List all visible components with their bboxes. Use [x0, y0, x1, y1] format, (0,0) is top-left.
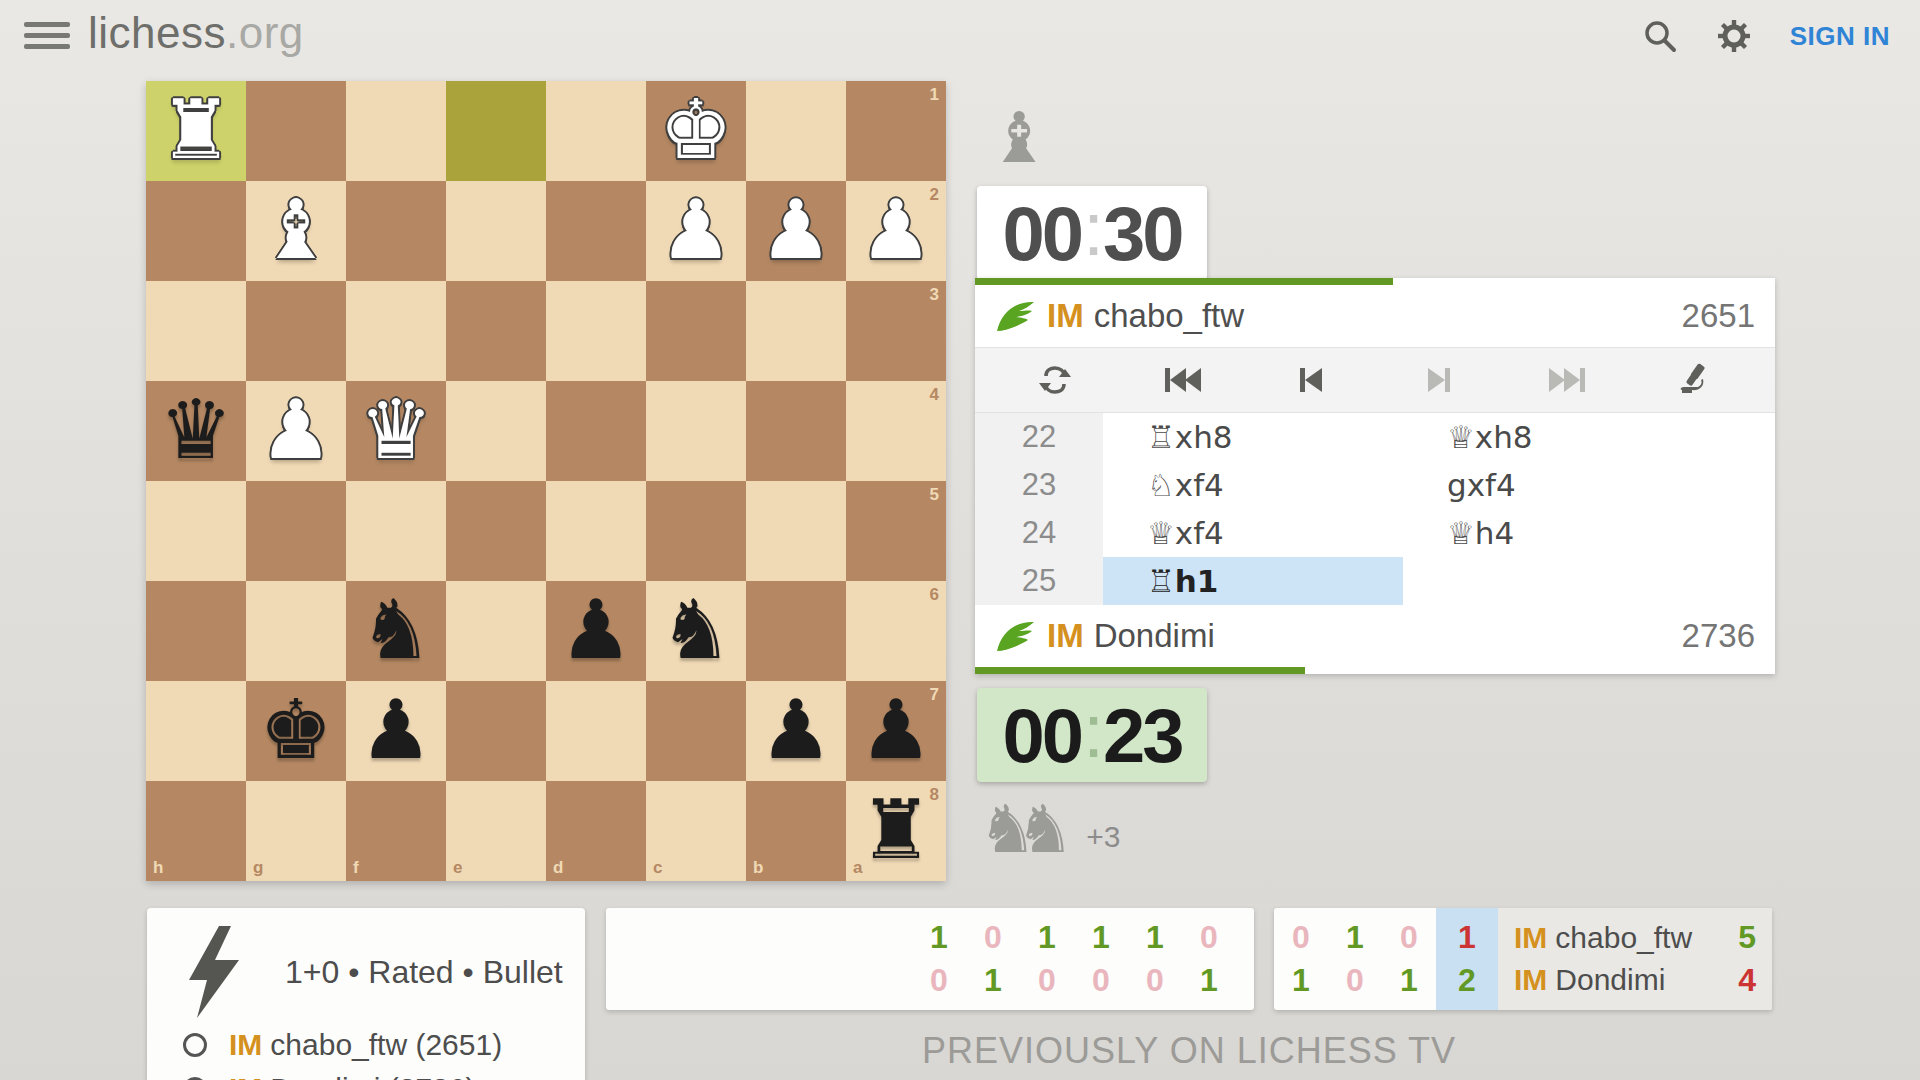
- square-a1[interactable]: 1: [846, 81, 946, 181]
- first-move-icon[interactable]: [1161, 362, 1205, 398]
- rank-label-6: 6: [930, 585, 939, 605]
- move-number: 25: [975, 557, 1103, 605]
- score-names-column: IMchabo_ftw5IMDondimi4: [1498, 908, 1772, 1010]
- game-result: 0: [1182, 919, 1236, 956]
- move-23-white[interactable]: ♘xf4: [1103, 461, 1403, 509]
- square-h5[interactable]: [146, 481, 246, 581]
- piece-white-P-a2[interactable]: ♟: [846, 181, 946, 281]
- score-player-row[interactable]: IMchabo_ftw5: [1514, 919, 1772, 956]
- game-result: 0: [1328, 962, 1382, 999]
- square-f4[interactable]: ♛: [346, 381, 446, 481]
- game-result: 0: [1074, 962, 1128, 999]
- file-label-h: h: [153, 858, 163, 878]
- gear-icon[interactable]: [1716, 18, 1752, 54]
- square-c6[interactable]: ♞: [646, 581, 746, 681]
- time-control-text: 1+0 • Rated • Bullet: [285, 954, 563, 991]
- progress-bar-top: [975, 278, 1393, 285]
- square-b1[interactable]: [746, 81, 846, 181]
- square-e3[interactable]: [446, 281, 546, 381]
- square-b7[interactable]: ♟: [746, 681, 846, 781]
- square-g6[interactable]: [246, 581, 346, 681]
- clock-black-player: 00:23: [977, 688, 1207, 782]
- piece-white-R-h1[interactable]: ♜: [146, 81, 246, 181]
- player-row-bottom[interactable]: IM Dondimi 2736: [975, 605, 1775, 667]
- square-b3[interactable]: [746, 281, 846, 381]
- analysis-microscope-icon[interactable]: [1673, 362, 1717, 398]
- last-move-icon[interactable]: [1545, 362, 1589, 398]
- square-e2[interactable]: [446, 181, 546, 281]
- game-result: 1: [1182, 962, 1236, 999]
- square-a4[interactable]: 4: [846, 381, 946, 481]
- piece-black-K-g7[interactable]: ♚: [246, 681, 346, 781]
- square-d5[interactable]: [546, 481, 646, 581]
- square-c2[interactable]: ♟: [646, 181, 746, 281]
- file-label-g: g: [253, 858, 263, 878]
- cycle-games-icon[interactable]: [1033, 362, 1077, 398]
- piece-white-P-c2[interactable]: ♟: [646, 181, 746, 281]
- player-title-bottom: IM: [1047, 617, 1084, 655]
- clock-colon: :: [1083, 185, 1101, 272]
- square-h2[interactable]: [146, 181, 246, 281]
- score-player-row[interactable]: IMDondimi4: [1514, 962, 1772, 999]
- square-h6[interactable]: [146, 581, 246, 681]
- piece-black-N-f6[interactable]: ♞: [346, 581, 446, 681]
- square-h4[interactable]: ♛: [146, 381, 246, 481]
- square-c1[interactable]: ♚: [646, 81, 746, 181]
- streamer-wing-icon: [995, 299, 1035, 333]
- hamburger-menu-icon[interactable]: [24, 22, 70, 52]
- clock-colon: :: [1083, 687, 1101, 774]
- game-result: 1: [1020, 919, 1074, 956]
- move-controls-bar: [975, 347, 1775, 413]
- square-d2[interactable]: [546, 181, 646, 281]
- move-24-black[interactable]: ♕h4: [1403, 509, 1775, 557]
- square-c5[interactable]: [646, 481, 746, 581]
- streamer-wing-icon: [995, 619, 1035, 653]
- player-name-bottom: Dondimi: [1094, 617, 1215, 655]
- player-name: Dondimi: [1555, 963, 1665, 997]
- sign-in-button[interactable]: SIGN IN: [1790, 21, 1890, 52]
- piece-white-K-c1[interactable]: ♚: [646, 81, 746, 181]
- square-h8[interactable]: h: [146, 781, 246, 881]
- white-player-title: IM: [229, 1028, 262, 1062]
- clock-digits: 00: [1002, 692, 1081, 779]
- black-player-title: IM: [229, 1072, 262, 1080]
- square-f2[interactable]: [346, 181, 446, 281]
- square-b8[interactable]: b: [746, 781, 846, 881]
- piece-black-Q-h4[interactable]: ♛: [146, 381, 246, 481]
- square-b2[interactable]: ♟: [746, 181, 846, 281]
- previously-on-lichess-tv-label: PREVIOUSLY ON LICHESS TV: [606, 1030, 1772, 1072]
- square-g7[interactable]: ♚: [246, 681, 346, 781]
- game-result: 0: [1128, 962, 1182, 999]
- move-row-22: 22♖xh8♕xh8: [975, 413, 1775, 461]
- site-logo-main: lichess: [88, 8, 226, 57]
- square-e1[interactable]: [446, 81, 546, 181]
- square-e7[interactable]: [446, 681, 546, 781]
- move-22-black[interactable]: ♕xh8: [1403, 413, 1775, 461]
- material-advantage: +3: [1086, 820, 1120, 854]
- square-c4[interactable]: [646, 381, 746, 481]
- square-g4[interactable]: ♟: [246, 381, 346, 481]
- move-25-black: [1403, 557, 1775, 605]
- site-logo-suffix: .org: [226, 8, 304, 57]
- results-row-bottom: 010001: [912, 962, 1236, 999]
- game-result: 0: [966, 919, 1020, 956]
- game-result: 1: [1128, 919, 1182, 956]
- square-a8[interactable]: a8♜: [846, 781, 946, 881]
- current-game-column[interactable]: 12: [1436, 908, 1498, 1010]
- game-info-card: 1+0 • Rated • Bullet IM chabo_ftw (2651)…: [147, 908, 585, 1080]
- player-rating-top: 2651: [1682, 297, 1755, 335]
- game-result: 0: [1020, 962, 1074, 999]
- file-label-f: f: [353, 858, 359, 878]
- square-d4[interactable]: [546, 381, 646, 481]
- game-result: 1: [1382, 962, 1436, 999]
- square-b4[interactable]: [746, 381, 846, 481]
- square-f6[interactable]: ♞: [346, 581, 446, 681]
- square-e6[interactable]: [446, 581, 546, 681]
- square-c3[interactable]: [646, 281, 746, 381]
- black-player-line[interactable]: IM Dondimi (2736): [183, 1072, 585, 1080]
- game-result: 1: [912, 919, 966, 956]
- progress-bar-bottom: [975, 667, 1305, 674]
- game-result: 1: [1274, 962, 1328, 999]
- black-player-text: Dondimi (2736): [270, 1072, 475, 1080]
- match-score-card: 010 101 12 IMchabo_ftw5IMDondimi4: [1274, 908, 1772, 1010]
- game-result: 0: [1382, 919, 1436, 956]
- move-number: 22: [975, 413, 1103, 461]
- white-color-icon: [183, 1033, 207, 1057]
- board: ♜♚1♝♟♟2♟3♛♟♛45♞♟♞6♚♟♟7♟hgfedcba8♜: [146, 81, 946, 881]
- piece-white-B-g2[interactable]: ♝: [246, 181, 346, 281]
- piece-black-P-b7[interactable]: ♟: [746, 681, 846, 781]
- captured-bishop-icon: ♝: [988, 98, 1051, 178]
- game-result: 1: [966, 962, 1020, 999]
- square-a6[interactable]: 6: [846, 581, 946, 681]
- square-a3[interactable]: 3: [846, 281, 946, 381]
- square-b5[interactable]: [746, 481, 846, 581]
- piece-black-P-f7[interactable]: ♟: [346, 681, 446, 781]
- results-row-top: 010: [1274, 919, 1436, 956]
- move-25-white[interactable]: ♖h1: [1103, 557, 1403, 605]
- square-h7[interactable]: [146, 681, 246, 781]
- player-total-score: 5: [1738, 919, 1756, 956]
- game-result: 0: [912, 962, 966, 999]
- square-g2[interactable]: ♝: [246, 181, 346, 281]
- player-name-top: chabo_ftw: [1094, 297, 1244, 335]
- search-icon[interactable]: [1642, 18, 1678, 54]
- file-label-d: d: [553, 858, 563, 878]
- next-move-icon[interactable]: [1417, 362, 1461, 398]
- game-result: 1: [1328, 919, 1382, 956]
- square-d3[interactable]: [546, 281, 646, 381]
- player-title-top: IM: [1047, 297, 1084, 335]
- rank-label-3: 3: [930, 285, 939, 305]
- player-name: chabo_ftw: [1555, 921, 1692, 955]
- piece-white-P-b2[interactable]: ♟: [746, 181, 846, 281]
- previous-move-icon[interactable]: [1289, 362, 1333, 398]
- square-e5[interactable]: [446, 481, 546, 581]
- move-24-white[interactable]: ♕xf4: [1103, 509, 1403, 557]
- move-23-black[interactable]: gxf4: [1403, 461, 1775, 509]
- player-title: IM: [1514, 963, 1547, 997]
- captured-knight-icon: ♞: [1015, 790, 1074, 870]
- piece-white-P-g4[interactable]: ♟: [246, 381, 346, 481]
- piece-black-R-a8[interactable]: ♜: [846, 781, 946, 881]
- move-row-24: 24♕xf4♕h4: [975, 509, 1775, 557]
- clock-digits: 30: [1103, 190, 1182, 277]
- move-22-white[interactable]: ♖xh8: [1103, 413, 1403, 461]
- game-result: 0: [1274, 919, 1328, 956]
- rank-label-1: 1: [930, 85, 939, 105]
- square-g1[interactable]: [246, 81, 346, 181]
- square-a5[interactable]: 5: [846, 481, 946, 581]
- square-d7[interactable]: [546, 681, 646, 781]
- file-label-c: c: [653, 858, 662, 878]
- square-e4[interactable]: [446, 381, 546, 481]
- match-results-card: 101110 010001: [606, 908, 1254, 1010]
- file-label-b: b: [753, 858, 763, 878]
- white-player-line[interactable]: IM chabo_ftw (2651): [183, 1028, 585, 1062]
- rank-label-5: 5: [930, 485, 939, 505]
- square-g5[interactable]: [246, 481, 346, 581]
- piece-black-P-d6[interactable]: ♟: [546, 581, 646, 681]
- white-player-text: chabo_ftw (2651): [270, 1028, 502, 1062]
- current-game-score: 2: [1458, 962, 1476, 999]
- square-e8[interactable]: e: [446, 781, 546, 881]
- clock-digits: 23: [1103, 692, 1182, 779]
- square-c8[interactable]: c: [646, 781, 746, 881]
- move-number: 24: [975, 509, 1103, 557]
- piece-black-N-c6[interactable]: ♞: [646, 581, 746, 681]
- square-d1[interactable]: [546, 81, 646, 181]
- square-g8[interactable]: g: [246, 781, 346, 881]
- square-g3[interactable]: [246, 281, 346, 381]
- square-c7[interactable]: [646, 681, 746, 781]
- game-panel: IM chabo_ftw 2651 22: [975, 278, 1775, 674]
- square-f7[interactable]: ♟: [346, 681, 446, 781]
- game-result: 1: [1074, 919, 1128, 956]
- results-row-bottom: 101: [1274, 962, 1436, 999]
- site-logo[interactable]: lichess.org: [88, 8, 304, 58]
- square-f5[interactable]: [346, 481, 446, 581]
- square-f8[interactable]: f: [346, 781, 446, 881]
- player-rating-bottom: 2736: [1682, 617, 1755, 655]
- player-title: IM: [1514, 921, 1547, 955]
- move-number: 23: [975, 461, 1103, 509]
- square-a2[interactable]: 2♟: [846, 181, 946, 281]
- square-a7[interactable]: 7♟: [846, 681, 946, 781]
- square-b6[interactable]: [746, 581, 846, 681]
- move-row-25: 25♖h1: [975, 557, 1775, 605]
- bullet-lightning-icon: [183, 926, 245, 1018]
- square-d8[interactable]: d: [546, 781, 646, 881]
- square-h3[interactable]: [146, 281, 246, 381]
- square-f3[interactable]: [346, 281, 446, 381]
- rank-label-4: 4: [930, 385, 939, 405]
- square-f1[interactable]: [346, 81, 446, 181]
- clock-digits: 00: [1002, 190, 1081, 277]
- piece-white-Q-f4[interactable]: ♛: [346, 381, 446, 481]
- captured-pieces-tray: ♞ ♞ +3: [978, 790, 1121, 870]
- move-row-23: 23♘xf4gxf4: [975, 461, 1775, 509]
- player-row-top[interactable]: IM chabo_ftw 2651: [975, 285, 1775, 347]
- square-h1[interactable]: ♜: [146, 81, 246, 181]
- top-navigation-bar: lichess.org SIGN IN: [0, 0, 1920, 70]
- square-d6[interactable]: ♟: [546, 581, 646, 681]
- piece-black-P-a7[interactable]: ♟: [846, 681, 946, 781]
- clock-white-player: 00:30: [977, 186, 1207, 280]
- file-label-e: e: [453, 858, 462, 878]
- results-row-top: 101110: [912, 919, 1236, 956]
- player-total-score: 4: [1738, 962, 1756, 999]
- current-game-score: 1: [1458, 919, 1476, 956]
- move-list: 22♖xh8♕xh823♘xf4gxf424♕xf4♕h425♖h1: [975, 413, 1775, 605]
